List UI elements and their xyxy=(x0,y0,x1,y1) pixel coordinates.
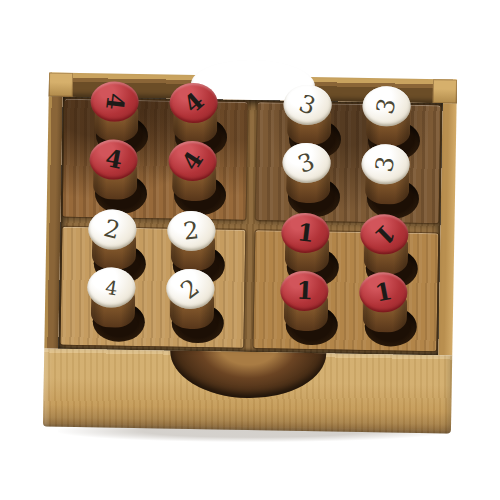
peg-white-3[interactable]: 3 xyxy=(359,154,416,219)
peg-number: 3 xyxy=(372,155,398,175)
peg-number: 2 xyxy=(102,216,123,243)
peg-number: 2 xyxy=(182,218,200,244)
peg-number: 4 xyxy=(178,147,207,174)
plate-bottom-right: 1 1 1 1 xyxy=(253,230,438,351)
hole-cell[interactable]: 1 xyxy=(356,282,413,347)
peg-number: 3 xyxy=(295,149,318,177)
peg-red-1[interactable]: 1 xyxy=(356,282,413,347)
plate-top-left: 4 4 4 4 xyxy=(63,99,248,220)
photo-scene: 4 4 4 4 3 3 3 3 2 2 4 2 1 1 1 1 xyxy=(0,0,500,500)
peg-number: 4 xyxy=(179,88,207,117)
peg-number: 1 xyxy=(370,220,399,249)
peg-number: 3 xyxy=(373,96,400,116)
peg-number: 1 xyxy=(295,279,313,304)
peg-number: 4 xyxy=(104,277,119,298)
hole-cell[interactable]: 4 xyxy=(87,149,144,214)
hole-cell[interactable]: 4 xyxy=(84,277,141,342)
peg-number: 4 xyxy=(103,146,124,173)
hole-cell[interactable]: 3 xyxy=(359,154,416,219)
peg-number: 4 xyxy=(102,92,128,112)
peg-number: 3 xyxy=(296,91,318,119)
peg-number: 2 xyxy=(177,275,204,303)
peg-red-4[interactable]: 4 xyxy=(87,149,144,214)
peg-red-4[interactable]: 4 xyxy=(166,151,223,216)
peg-red-1[interactable]: 1 xyxy=(277,281,334,346)
hole-cell[interactable]: 4 xyxy=(166,151,223,216)
peg-white-2[interactable]: 2 xyxy=(163,279,220,344)
peg-number: 1 xyxy=(296,220,316,246)
peg-number: 1 xyxy=(373,279,394,306)
peg-white-3[interactable]: 3 xyxy=(280,153,337,218)
game-box: 4 4 4 4 3 3 3 3 2 2 4 2 1 1 1 1 xyxy=(43,72,457,433)
hole-cell[interactable]: 1 xyxy=(277,281,334,346)
plate-top-right: 3 3 3 3 xyxy=(256,102,441,223)
hole-cell[interactable]: 2 xyxy=(163,279,220,344)
hole-cell[interactable]: 3 xyxy=(280,153,337,218)
peg-white-4[interactable]: 4 xyxy=(84,277,141,342)
peg-tray: 4 4 4 4 3 3 3 3 2 2 4 2 1 1 1 1 xyxy=(58,97,442,356)
plate-bottom-left: 2 2 4 2 xyxy=(60,227,245,348)
